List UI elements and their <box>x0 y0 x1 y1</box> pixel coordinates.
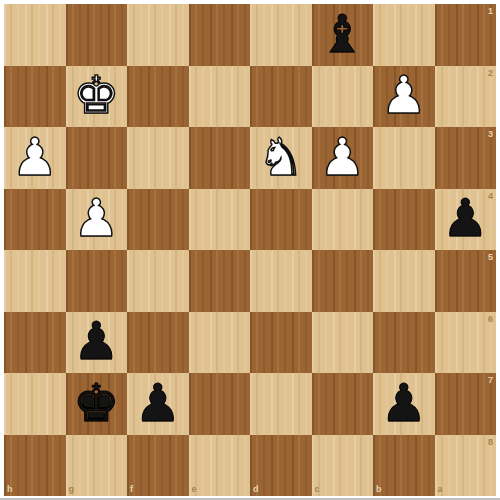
white-pawn[interactable]: ♟ <box>380 69 427 121</box>
file-label-b: b <box>376 484 382 494</box>
square-g7[interactable]: ♚ <box>66 373 128 435</box>
rank-label-1: 1 <box>488 6 493 16</box>
square-d2[interactable] <box>250 66 312 128</box>
rank-label-2: 2 <box>488 68 493 78</box>
square-h6[interactable] <box>4 312 66 374</box>
square-e5[interactable] <box>189 250 251 312</box>
white-knight[interactable]: ♞ <box>257 131 304 183</box>
square-c3[interactable]: ♟ <box>312 127 374 189</box>
square-g4[interactable]: ♟ <box>66 189 128 251</box>
square-d1[interactable] <box>250 4 312 66</box>
square-b8[interactable]: b <box>373 435 435 497</box>
chess-board: ♝1♚♟2♟♞♟3♟♟45♟6♚♟♟7hgfedcba8 <box>4 4 496 496</box>
square-h5[interactable] <box>4 250 66 312</box>
square-f3[interactable] <box>127 127 189 189</box>
rank-label-4: 4 <box>488 191 493 201</box>
black-pawn[interactable]: ♟ <box>73 315 120 367</box>
black-king[interactable]: ♚ <box>73 377 120 429</box>
square-d6[interactable] <box>250 312 312 374</box>
rank-label-3: 3 <box>488 129 493 139</box>
square-c1[interactable]: ♝ <box>312 4 374 66</box>
square-c5[interactable] <box>312 250 374 312</box>
file-label-g: g <box>69 484 75 494</box>
file-label-h: h <box>7 484 13 494</box>
square-b4[interactable] <box>373 189 435 251</box>
square-a3[interactable]: 3 <box>435 127 497 189</box>
chessboard-frame: ♝1♚♟2♟♞♟3♟♟45♟6♚♟♟7hgfedcba8 <box>0 0 500 500</box>
square-c4[interactable] <box>312 189 374 251</box>
square-g2[interactable]: ♚ <box>66 66 128 128</box>
square-b3[interactable] <box>373 127 435 189</box>
rank-label-8: 8 <box>488 437 493 447</box>
square-d7[interactable] <box>250 373 312 435</box>
file-label-f: f <box>130 484 133 494</box>
square-c2[interactable] <box>312 66 374 128</box>
black-pawn[interactable]: ♟ <box>442 192 489 244</box>
rank-label-6: 6 <box>488 314 493 324</box>
square-a7[interactable]: 7 <box>435 373 497 435</box>
square-e8[interactable]: e <box>189 435 251 497</box>
square-f8[interactable]: f <box>127 435 189 497</box>
rank-label-7: 7 <box>488 375 493 385</box>
square-d4[interactable] <box>250 189 312 251</box>
square-e6[interactable] <box>189 312 251 374</box>
square-d3[interactable]: ♞ <box>250 127 312 189</box>
square-a5[interactable]: 5 <box>435 250 497 312</box>
square-e4[interactable] <box>189 189 251 251</box>
square-c6[interactable] <box>312 312 374 374</box>
white-pawn[interactable]: ♟ <box>319 131 366 183</box>
black-pawn[interactable]: ♟ <box>380 377 427 429</box>
file-label-e: e <box>192 484 197 494</box>
square-b1[interactable] <box>373 4 435 66</box>
square-h2[interactable] <box>4 66 66 128</box>
square-a8[interactable]: a8 <box>435 435 497 497</box>
square-g5[interactable] <box>66 250 128 312</box>
square-a4[interactable]: ♟4 <box>435 189 497 251</box>
square-f6[interactable] <box>127 312 189 374</box>
square-f1[interactable] <box>127 4 189 66</box>
square-b2[interactable]: ♟ <box>373 66 435 128</box>
square-e1[interactable] <box>189 4 251 66</box>
white-pawn[interactable]: ♟ <box>73 192 120 244</box>
square-h7[interactable] <box>4 373 66 435</box>
square-g8[interactable]: g <box>66 435 128 497</box>
square-d8[interactable]: d <box>250 435 312 497</box>
square-d5[interactable] <box>250 250 312 312</box>
black-pawn[interactable]: ♟ <box>134 377 181 429</box>
square-b7[interactable]: ♟ <box>373 373 435 435</box>
file-label-a: a <box>438 484 443 494</box>
square-f7[interactable]: ♟ <box>127 373 189 435</box>
square-e7[interactable] <box>189 373 251 435</box>
square-f4[interactable] <box>127 189 189 251</box>
square-c8[interactable]: c <box>312 435 374 497</box>
square-e2[interactable] <box>189 66 251 128</box>
square-h3[interactable]: ♟ <box>4 127 66 189</box>
square-b6[interactable] <box>373 312 435 374</box>
square-g3[interactable] <box>66 127 128 189</box>
white-king[interactable]: ♚ <box>73 69 120 121</box>
square-g1[interactable] <box>66 4 128 66</box>
file-label-d: d <box>253 484 259 494</box>
white-pawn[interactable]: ♟ <box>11 131 58 183</box>
square-a1[interactable]: 1 <box>435 4 497 66</box>
rank-label-5: 5 <box>488 252 493 262</box>
square-a2[interactable]: 2 <box>435 66 497 128</box>
square-e3[interactable] <box>189 127 251 189</box>
square-a6[interactable]: 6 <box>435 312 497 374</box>
square-h4[interactable] <box>4 189 66 251</box>
square-h8[interactable]: h <box>4 435 66 497</box>
square-f2[interactable] <box>127 66 189 128</box>
square-c7[interactable] <box>312 373 374 435</box>
black-bishop[interactable]: ♝ <box>319 8 366 60</box>
square-h1[interactable] <box>4 4 66 66</box>
square-b5[interactable] <box>373 250 435 312</box>
file-label-c: c <box>315 484 320 494</box>
square-g6[interactable]: ♟ <box>66 312 128 374</box>
square-f5[interactable] <box>127 250 189 312</box>
